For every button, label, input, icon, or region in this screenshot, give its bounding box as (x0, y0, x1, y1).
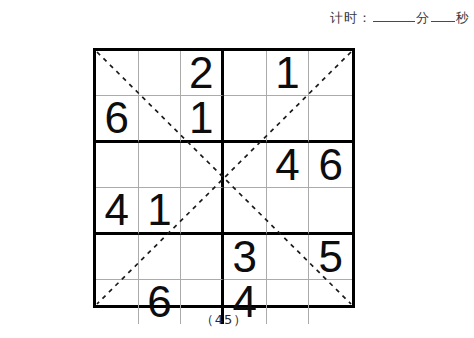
cell-r5c5[interactable] (267, 235, 310, 280)
cell-r2c5[interactable] (267, 96, 310, 143)
cell-r2c6[interactable] (309, 96, 352, 143)
timer-minutes-unit: 分 (416, 10, 430, 25)
timer-seconds-unit: 秒 (456, 10, 470, 25)
cell-r3c5: 4 (267, 143, 310, 188)
page-number: （45） (93, 311, 355, 329)
cell-r1c5: 1 (267, 51, 310, 96)
cell-r1c1[interactable] (96, 51, 139, 96)
cell-r3c2[interactable] (139, 143, 182, 188)
cell-r3c3[interactable] (181, 143, 224, 188)
cell-r2c3: 1 (181, 96, 224, 143)
cell-r2c4[interactable] (224, 96, 267, 143)
cell-r4c1: 4 (96, 188, 139, 235)
cell-r4c4[interactable] (224, 188, 267, 235)
cell-r5c6: 5 (309, 235, 352, 280)
timer-line: 计时：分秒 (330, 8, 470, 27)
sudoku-board: 216146413564 (93, 48, 355, 308)
cell-r4c5[interactable] (267, 188, 310, 235)
timer-minutes-blank[interactable] (373, 8, 415, 22)
cell-r5c4: 3 (224, 235, 267, 280)
cell-r1c6[interactable] (309, 51, 352, 96)
cell-r4c2: 1 (139, 188, 182, 235)
cell-r5c1[interactable] (96, 235, 139, 280)
cell-r1c2[interactable] (139, 51, 182, 96)
timer-label: 计时： (330, 10, 372, 25)
cell-r5c3[interactable] (181, 235, 224, 280)
cell-r1c4[interactable] (224, 51, 267, 96)
cell-r5c2[interactable] (139, 235, 182, 280)
cell-r2c2[interactable] (139, 96, 182, 143)
cell-r4c6[interactable] (309, 188, 352, 235)
cell-r4c3[interactable] (181, 188, 224, 235)
timer-seconds-blank[interactable] (431, 8, 455, 22)
cell-r2c1: 6 (96, 96, 139, 143)
cell-r3c1[interactable] (96, 143, 139, 188)
cell-r1c3: 2 (181, 51, 224, 96)
cell-r3c6: 6 (309, 143, 352, 188)
cell-r3c4[interactable] (224, 143, 267, 188)
